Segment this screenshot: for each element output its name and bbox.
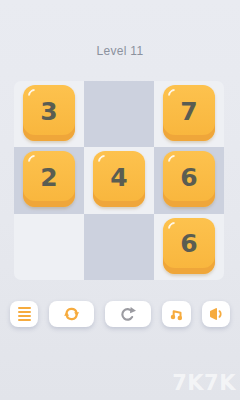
- cell-r1c1: 3: [14, 81, 84, 147]
- tile-number: 6: [180, 163, 197, 192]
- tile-2[interactable]: 2: [23, 151, 75, 207]
- tile-6[interactable]: 6: [163, 218, 215, 274]
- watermark: 7K7K: [172, 371, 236, 395]
- cell-r2c1: 2: [14, 147, 84, 213]
- tile-number: 3: [40, 97, 57, 126]
- tile-number: 6: [180, 229, 197, 258]
- sound-button[interactable]: [202, 301, 230, 327]
- redo-button[interactable]: [105, 301, 151, 327]
- cell-r1c3: 7: [154, 81, 224, 147]
- redo-icon: [118, 304, 138, 324]
- tile-number: 4: [110, 163, 127, 192]
- cell-r3c3: 6: [154, 214, 224, 280]
- cell-r2c2: 4: [84, 147, 154, 213]
- cell-r3c2: [84, 214, 154, 280]
- menu-icon: [18, 307, 31, 321]
- board: 372466: [14, 81, 224, 280]
- restart-button[interactable]: [49, 301, 94, 327]
- tile-6[interactable]: 6: [163, 151, 215, 207]
- tile-7[interactable]: 7: [163, 85, 215, 141]
- tile-number: 7: [180, 97, 197, 126]
- tile-3[interactable]: 3: [23, 85, 75, 141]
- game-screen: Level 11 372466: [0, 0, 240, 400]
- cell-r2c3: 6: [154, 147, 224, 213]
- menu-button[interactable]: [10, 301, 38, 327]
- restart-icon: [62, 304, 82, 324]
- cell-r3c1: [14, 214, 84, 280]
- tile-number: 2: [40, 163, 57, 192]
- cell-r1c2: [84, 81, 154, 147]
- music-note-icon: [167, 304, 187, 324]
- level-title: Level 11: [0, 44, 240, 58]
- speaker-icon: [206, 304, 226, 324]
- music-button[interactable]: [162, 301, 191, 327]
- toolbar: [10, 301, 230, 327]
- tile-4[interactable]: 4: [93, 151, 145, 207]
